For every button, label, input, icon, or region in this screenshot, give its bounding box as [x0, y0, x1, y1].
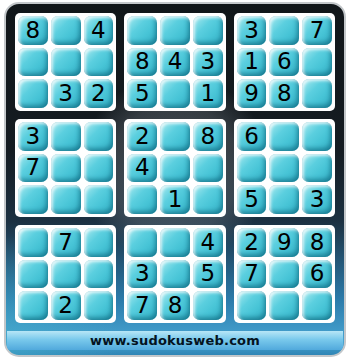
cell-r4c1: 3 — [18, 122, 48, 151]
cell-r7c7: 2 — [237, 228, 267, 257]
cell-r4c9[interactable] — [302, 122, 332, 151]
cell-r6c5: 1 — [160, 185, 190, 214]
cell-r7c2: 7 — [51, 228, 81, 257]
cell-r1c7: 3 — [237, 16, 267, 45]
box-r1c3: 371698 — [234, 13, 335, 111]
cell-r8c6: 5 — [193, 260, 223, 289]
cell-r9c4: 7 — [127, 291, 157, 320]
cell-r7c6: 4 — [193, 228, 223, 257]
cell-r9c1[interactable] — [18, 291, 48, 320]
cell-r4c2[interactable] — [51, 122, 81, 151]
cell-r5c8[interactable] — [269, 154, 299, 183]
box-r3c2: 43578 — [124, 225, 225, 323]
cell-r1c6[interactable] — [193, 16, 223, 45]
cell-r9c7[interactable] — [237, 291, 267, 320]
cell-r5c6[interactable] — [193, 154, 223, 183]
cell-r5c4: 4 — [127, 154, 157, 183]
cell-r3c2: 3 — [51, 79, 81, 108]
cell-r6c2[interactable] — [51, 185, 81, 214]
footer-bar: www.sudokusweb.com — [7, 331, 343, 350]
cell-r8c3[interactable] — [84, 260, 114, 289]
cell-r8c8[interactable] — [269, 260, 299, 289]
cell-r5c1: 7 — [18, 154, 48, 183]
cell-r8c2[interactable] — [51, 260, 81, 289]
cell-r3c3: 2 — [84, 79, 114, 108]
cell-r4c8[interactable] — [269, 122, 299, 151]
cell-r6c4[interactable] — [127, 185, 157, 214]
cell-r4c6: 8 — [193, 122, 223, 151]
cell-r9c9[interactable] — [302, 291, 332, 320]
cell-r9c6[interactable] — [193, 291, 223, 320]
cell-r7c5[interactable] — [160, 228, 190, 257]
cell-r3c4: 5 — [127, 79, 157, 108]
cell-r5c2[interactable] — [51, 154, 81, 183]
cell-r3c1[interactable] — [18, 79, 48, 108]
cell-r4c5[interactable] — [160, 122, 190, 151]
cell-r2c2[interactable] — [51, 48, 81, 77]
cell-r6c7: 5 — [237, 185, 267, 214]
cell-r8c7: 7 — [237, 260, 267, 289]
cell-r3c8: 8 — [269, 79, 299, 108]
cell-r4c3[interactable] — [84, 122, 114, 151]
cell-r2c5: 4 — [160, 48, 190, 77]
cell-r1c1: 8 — [18, 16, 48, 45]
cell-r7c3[interactable] — [84, 228, 114, 257]
cell-r5c7[interactable] — [237, 154, 267, 183]
cell-r7c4[interactable] — [127, 228, 157, 257]
cell-r3c9[interactable] — [302, 79, 332, 108]
cell-r3c7: 9 — [237, 79, 267, 108]
cell-r4c7: 6 — [237, 122, 267, 151]
cell-r9c5: 8 — [160, 291, 190, 320]
cell-r2c9[interactable] — [302, 48, 332, 77]
cell-r8c5[interactable] — [160, 260, 190, 289]
website-link[interactable]: www.sudokusweb.com — [90, 333, 260, 348]
cell-r1c9: 7 — [302, 16, 332, 45]
cell-r1c5[interactable] — [160, 16, 190, 45]
cell-r1c8[interactable] — [269, 16, 299, 45]
cell-r7c9: 8 — [302, 228, 332, 257]
cell-r9c8[interactable] — [269, 291, 299, 320]
box-r3c1: 72 — [15, 225, 116, 323]
box-r1c2: 84351 — [124, 13, 225, 111]
cell-r4c4: 2 — [127, 122, 157, 151]
cell-r5c5[interactable] — [160, 154, 190, 183]
box-r2c3: 653 — [234, 119, 335, 217]
cell-r2c4: 8 — [127, 48, 157, 77]
cell-r6c6[interactable] — [193, 185, 223, 214]
cell-r7c8: 9 — [269, 228, 299, 257]
cell-r2c1[interactable] — [18, 48, 48, 77]
box-r2c2: 2841 — [124, 119, 225, 217]
cell-r2c8: 6 — [269, 48, 299, 77]
cell-r7c1[interactable] — [18, 228, 48, 257]
cell-r2c3[interactable] — [84, 48, 114, 77]
cell-r3c5[interactable] — [160, 79, 190, 108]
cell-r9c3[interactable] — [84, 291, 114, 320]
cell-r1c2[interactable] — [51, 16, 81, 45]
sudoku-board: 843284351371698372841653724357829876 www… — [4, 2, 346, 357]
box-r1c1: 8432 — [15, 13, 116, 111]
cell-r6c9: 3 — [302, 185, 332, 214]
cell-r2c7: 1 — [237, 48, 267, 77]
cell-r6c1[interactable] — [18, 185, 48, 214]
cell-r8c9: 6 — [302, 260, 332, 289]
cell-r1c4[interactable] — [127, 16, 157, 45]
cell-r5c3[interactable] — [84, 154, 114, 183]
cell-r8c4: 3 — [127, 260, 157, 289]
cell-r9c2: 2 — [51, 291, 81, 320]
cell-r8c1[interactable] — [18, 260, 48, 289]
cell-r3c6: 1 — [193, 79, 223, 108]
box-r3c3: 29876 — [234, 225, 335, 323]
cell-r6c3[interactable] — [84, 185, 114, 214]
box-r2c1: 37 — [15, 119, 116, 217]
cell-r2c6: 3 — [193, 48, 223, 77]
page: 843284351371698372841653724357829876 www… — [0, 0, 350, 360]
cell-r5c9[interactable] — [302, 154, 332, 183]
cell-r6c8[interactable] — [269, 185, 299, 214]
board-grid: 843284351371698372841653724357829876 — [6, 4, 344, 331]
cell-r1c3: 4 — [84, 16, 114, 45]
